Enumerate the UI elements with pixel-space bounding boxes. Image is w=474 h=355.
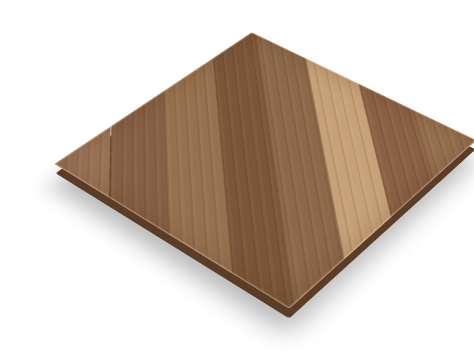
board-top-face — [54, 32, 474, 309]
page-title — [0, 21, 1, 22]
board-game-photo — [0, 0, 474, 355]
